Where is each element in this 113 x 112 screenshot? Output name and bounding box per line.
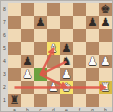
piece-white-rook-h2[interactable]: ♜: [99, 81, 112, 94]
piece-white-pawn-h4[interactable]: ♟: [99, 55, 112, 68]
square-d7[interactable]: [47, 16, 60, 29]
square-d8[interactable]: [47, 3, 60, 16]
piece-black-rook-a1[interactable]: ♜: [8, 94, 21, 107]
file-label-b: b: [21, 107, 34, 112]
square-a7[interactable]: [8, 16, 21, 29]
square-c2[interactable]: [34, 81, 47, 94]
square-b1[interactable]: [21, 94, 34, 107]
square-f2[interactable]: [73, 81, 86, 94]
square-e8[interactable]: [60, 3, 73, 16]
square-h2[interactable]: ♜: [99, 81, 112, 94]
square-c5[interactable]: [34, 42, 47, 55]
square-g1[interactable]: [86, 94, 99, 107]
piece-white-bishop-d5[interactable]: ♝: [47, 42, 60, 55]
rank-label-8: 8: [1, 3, 8, 16]
square-e1[interactable]: [60, 94, 73, 107]
file-label-g: g: [86, 107, 99, 112]
square-f5[interactable]: [73, 42, 86, 55]
square-e7[interactable]: [60, 16, 73, 29]
square-f6[interactable]: [73, 29, 86, 42]
square-c6[interactable]: [34, 29, 47, 42]
square-f3[interactable]: [73, 68, 86, 81]
square-c3[interactable]: [34, 68, 47, 81]
rank-label-7: 7: [1, 16, 8, 29]
square-b8[interactable]: [21, 3, 34, 16]
square-a8[interactable]: [8, 3, 21, 16]
file-label-h: h: [99, 107, 112, 112]
chess-diagram: ♚♟♟♟♝♟♟♞♟♟♟♟♟♚♜♜ 87654321 abcdefgh: [0, 0, 113, 112]
square-c1[interactable]: [34, 94, 47, 107]
square-h6[interactable]: [99, 29, 112, 42]
square-a1[interactable]: ♜: [8, 94, 21, 107]
square-g6[interactable]: [86, 29, 99, 42]
square-e2[interactable]: ♚: [60, 81, 73, 94]
square-f1[interactable]: [73, 94, 86, 107]
square-f4[interactable]: [73, 55, 86, 68]
square-f8[interactable]: [73, 3, 86, 16]
square-a3[interactable]: [8, 68, 21, 81]
square-d2[interactable]: ♟: [47, 81, 60, 94]
piece-black-pawn-c7[interactable]: ♟: [34, 16, 47, 29]
square-b7[interactable]: [21, 16, 34, 29]
rank-label-6: 6: [1, 29, 8, 42]
square-b3[interactable]: ♟: [21, 68, 34, 81]
square-a4[interactable]: [8, 55, 21, 68]
rank-label-1: 1: [1, 94, 8, 107]
square-c4[interactable]: [34, 55, 47, 68]
square-g2[interactable]: [86, 81, 99, 94]
square-f7[interactable]: [73, 16, 86, 29]
square-g7[interactable]: ♟: [86, 16, 99, 29]
file-label-d: d: [47, 107, 60, 112]
rank-label-2: 2: [1, 81, 8, 94]
piece-black-pawn-g7[interactable]: ♟: [86, 16, 99, 29]
piece-white-pawn-b3[interactable]: ♟: [21, 68, 34, 81]
rank-label-4: 4: [1, 55, 8, 68]
square-a5[interactable]: [8, 42, 21, 55]
square-d4[interactable]: [47, 55, 60, 68]
square-d1[interactable]: [47, 94, 60, 107]
square-g4[interactable]: ♟: [86, 55, 99, 68]
piece-black-pawn-h7[interactable]: ♟: [99, 16, 112, 29]
square-d5[interactable]: ♝: [47, 42, 60, 55]
rank-label-5: 5: [1, 42, 8, 55]
square-c7[interactable]: ♟: [34, 16, 47, 29]
square-h4[interactable]: ♟: [99, 55, 112, 68]
rank-label-3: 3: [1, 68, 8, 81]
square-a6[interactable]: [8, 29, 21, 42]
file-label-f: f: [73, 107, 86, 112]
square-b2[interactable]: [21, 81, 34, 94]
piece-white-king-e2[interactable]: ♚: [60, 81, 73, 94]
chess-board: ♚♟♟♟♝♟♟♞♟♟♟♟♟♚♜♜: [8, 3, 112, 107]
file-label-a: a: [8, 107, 21, 112]
square-b6[interactable]: [21, 29, 34, 42]
piece-white-pawn-d2[interactable]: ♟: [47, 81, 60, 94]
square-g3[interactable]: [86, 68, 99, 81]
square-h7[interactable]: ♟: [99, 16, 112, 29]
square-h1[interactable]: [99, 94, 112, 107]
file-label-e: e: [60, 107, 73, 112]
file-label-c: c: [34, 107, 47, 112]
piece-white-pawn-g4[interactable]: ♟: [86, 55, 99, 68]
